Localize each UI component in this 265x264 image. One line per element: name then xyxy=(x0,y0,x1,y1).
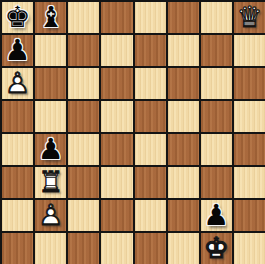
square-d2[interactable] xyxy=(99,198,132,231)
square-c5[interactable] xyxy=(66,99,99,132)
square-b5[interactable] xyxy=(33,99,66,132)
square-c7[interactable] xyxy=(66,33,99,66)
square-e7[interactable] xyxy=(133,33,166,66)
piece-black-pawn: ♟ xyxy=(35,134,66,165)
square-d8[interactable] xyxy=(99,0,132,33)
square-h6[interactable] xyxy=(232,66,265,99)
square-h1[interactable] xyxy=(232,231,265,264)
piece-black-pawn: ♟ xyxy=(201,200,232,231)
square-f7[interactable] xyxy=(166,33,199,66)
square-e8[interactable] xyxy=(133,0,166,33)
square-g5[interactable] xyxy=(199,99,232,132)
square-d4[interactable] xyxy=(99,132,132,165)
square-a2[interactable] xyxy=(0,198,33,231)
piece-white-pawn: ♟♙ xyxy=(35,200,66,231)
piece-white-rook: ♜♖ xyxy=(35,167,66,198)
square-c1[interactable] xyxy=(66,231,99,264)
square-f3[interactable] xyxy=(166,165,199,198)
square-e3[interactable] xyxy=(133,165,166,198)
square-g8[interactable] xyxy=(199,0,232,33)
square-b2[interactable]: ♟♙ xyxy=(33,198,66,231)
piece-black-bishop: ♝ xyxy=(35,2,66,33)
square-e2[interactable] xyxy=(133,198,166,231)
square-a8[interactable]: ♚ xyxy=(0,0,33,33)
square-b7[interactable] xyxy=(33,33,66,66)
square-h4[interactable] xyxy=(232,132,265,165)
square-e4[interactable] xyxy=(133,132,166,165)
chess-board: ♚♝♛♕♟♟♙♟♜♖♟♙♟♚♔ xyxy=(0,0,265,264)
square-g2[interactable]: ♟ xyxy=(199,198,232,231)
square-h5[interactable] xyxy=(232,99,265,132)
square-a1[interactable] xyxy=(0,231,33,264)
square-h3[interactable] xyxy=(232,165,265,198)
square-c3[interactable] xyxy=(66,165,99,198)
square-d3[interactable] xyxy=(99,165,132,198)
square-d6[interactable] xyxy=(99,66,132,99)
piece-black-pawn: ♟ xyxy=(2,35,33,66)
square-d5[interactable] xyxy=(99,99,132,132)
square-g6[interactable] xyxy=(199,66,232,99)
square-g7[interactable] xyxy=(199,33,232,66)
square-e1[interactable] xyxy=(133,231,166,264)
square-f1[interactable] xyxy=(166,231,199,264)
square-g4[interactable] xyxy=(199,132,232,165)
square-f8[interactable] xyxy=(166,0,199,33)
square-g1[interactable]: ♚♔ xyxy=(199,231,232,264)
square-h8[interactable]: ♛♕ xyxy=(232,0,265,33)
square-b6[interactable] xyxy=(33,66,66,99)
piece-black-king: ♚ xyxy=(2,2,33,33)
square-c2[interactable] xyxy=(66,198,99,231)
square-a5[interactable] xyxy=(0,99,33,132)
square-a7[interactable]: ♟ xyxy=(0,33,33,66)
square-a3[interactable] xyxy=(0,165,33,198)
square-c4[interactable] xyxy=(66,132,99,165)
square-b1[interactable] xyxy=(33,231,66,264)
square-e6[interactable] xyxy=(133,66,166,99)
square-d7[interactable] xyxy=(99,33,132,66)
square-c8[interactable] xyxy=(66,0,99,33)
square-f6[interactable] xyxy=(166,66,199,99)
square-b8[interactable]: ♝ xyxy=(33,0,66,33)
square-b3[interactable]: ♜♖ xyxy=(33,165,66,198)
square-c6[interactable] xyxy=(66,66,99,99)
square-f2[interactable] xyxy=(166,198,199,231)
square-f4[interactable] xyxy=(166,132,199,165)
piece-white-queen: ♛♕ xyxy=(234,2,265,33)
square-a4[interactable] xyxy=(0,132,33,165)
square-d1[interactable] xyxy=(99,231,132,264)
square-b4[interactable]: ♟ xyxy=(33,132,66,165)
square-a6[interactable]: ♟♙ xyxy=(0,66,33,99)
square-e5[interactable] xyxy=(133,99,166,132)
square-g3[interactable] xyxy=(199,165,232,198)
square-h7[interactable] xyxy=(232,33,265,66)
square-h2[interactable] xyxy=(232,198,265,231)
square-f5[interactable] xyxy=(166,99,199,132)
piece-white-pawn: ♟♙ xyxy=(2,68,33,99)
piece-white-king: ♚♔ xyxy=(201,233,232,264)
